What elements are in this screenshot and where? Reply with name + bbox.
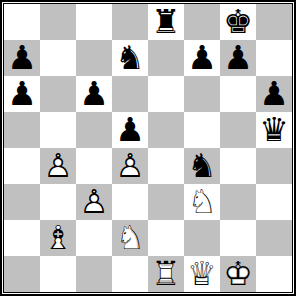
- piece-white-rook: ♜♖: [148, 256, 184, 292]
- square-g1[interactable]: ♚♔: [220, 256, 256, 292]
- square-c2[interactable]: [76, 220, 112, 256]
- square-f1[interactable]: ♛♕: [184, 256, 220, 292]
- square-g8[interactable]: ♚: [220, 4, 256, 40]
- square-c5[interactable]: [76, 112, 112, 148]
- piece-white-pawn: ♟♙: [40, 148, 76, 184]
- piece-black-pawn: ♟: [76, 76, 112, 112]
- piece-solid-layer: ♜: [148, 4, 184, 40]
- square-f7[interactable]: ♟: [184, 40, 220, 76]
- square-d6[interactable]: [112, 76, 148, 112]
- square-a5[interactable]: [4, 112, 40, 148]
- piece-black-pawn: ♟: [256, 76, 292, 112]
- piece-solid-layer: ♟: [256, 76, 292, 112]
- chess-board: ♜♚♟♞♟♟♟♟♟♟♛♟♙♟♙♞♟♙♞♘♝♗♞♘♜♖♛♕♚♔: [4, 4, 292, 292]
- square-c8[interactable]: [76, 4, 112, 40]
- square-d1[interactable]: [112, 256, 148, 292]
- square-b1[interactable]: [40, 256, 76, 292]
- square-h6[interactable]: ♟: [256, 76, 292, 112]
- square-g7[interactable]: ♟: [220, 40, 256, 76]
- square-a6[interactable]: ♟: [4, 76, 40, 112]
- piece-outline-layer: ♙: [112, 148, 148, 184]
- piece-white-pawn: ♟♙: [112, 148, 148, 184]
- square-e5[interactable]: [148, 112, 184, 148]
- chess-board-inner-border: ♜♚♟♞♟♟♟♟♟♟♛♟♙♟♙♞♟♙♞♘♝♗♞♘♜♖♛♕♚♔: [3, 3, 293, 293]
- square-g5[interactable]: [220, 112, 256, 148]
- square-h3[interactable]: [256, 184, 292, 220]
- square-a3[interactable]: [4, 184, 40, 220]
- square-f6[interactable]: [184, 76, 220, 112]
- piece-solid-layer: ♟: [184, 40, 220, 76]
- square-a7[interactable]: ♟: [4, 40, 40, 76]
- square-b7[interactable]: [40, 40, 76, 76]
- square-b8[interactable]: [40, 4, 76, 40]
- square-g3[interactable]: [220, 184, 256, 220]
- piece-black-king: ♚: [220, 4, 256, 40]
- piece-outline-layer: ♘: [184, 184, 220, 220]
- square-c4[interactable]: [76, 148, 112, 184]
- square-h8[interactable]: [256, 4, 292, 40]
- square-b5[interactable]: [40, 112, 76, 148]
- square-h2[interactable]: [256, 220, 292, 256]
- square-h1[interactable]: [256, 256, 292, 292]
- square-c3[interactable]: ♟♙: [76, 184, 112, 220]
- square-c7[interactable]: [76, 40, 112, 76]
- square-e6[interactable]: [148, 76, 184, 112]
- piece-outline-layer: ♙: [76, 184, 112, 220]
- piece-outline-layer: ♖: [148, 256, 184, 292]
- piece-outline-layer: ♙: [40, 148, 76, 184]
- square-f2[interactable]: [184, 220, 220, 256]
- square-e4[interactable]: [148, 148, 184, 184]
- piece-white-king: ♚♔: [220, 256, 256, 292]
- square-e2[interactable]: [148, 220, 184, 256]
- square-g2[interactable]: [220, 220, 256, 256]
- square-d2[interactable]: ♞♘: [112, 220, 148, 256]
- square-f5[interactable]: [184, 112, 220, 148]
- square-f8[interactable]: [184, 4, 220, 40]
- square-d5[interactable]: ♟: [112, 112, 148, 148]
- chess-board-frame: ♜♚♟♞♟♟♟♟♟♟♛♟♙♟♙♞♟♙♞♘♝♗♞♘♜♖♛♕♚♔: [0, 0, 296, 296]
- piece-black-knight: ♞: [112, 40, 148, 76]
- piece-solid-layer: ♟: [76, 76, 112, 112]
- square-b6[interactable]: [40, 76, 76, 112]
- piece-solid-layer: ♟: [4, 76, 40, 112]
- square-g6[interactable]: [220, 76, 256, 112]
- square-b2[interactable]: ♝♗: [40, 220, 76, 256]
- piece-black-queen: ♛: [256, 112, 292, 148]
- square-a1[interactable]: [4, 256, 40, 292]
- piece-black-pawn: ♟: [4, 40, 40, 76]
- square-d4[interactable]: ♟♙: [112, 148, 148, 184]
- square-e8[interactable]: ♜: [148, 4, 184, 40]
- piece-white-knight: ♞♘: [184, 184, 220, 220]
- square-e1[interactable]: ♜♖: [148, 256, 184, 292]
- square-d8[interactable]: [112, 4, 148, 40]
- piece-black-rook: ♜: [148, 4, 184, 40]
- piece-outline-layer: ♕: [184, 256, 220, 292]
- square-h7[interactable]: [256, 40, 292, 76]
- square-c1[interactable]: [76, 256, 112, 292]
- square-a2[interactable]: [4, 220, 40, 256]
- piece-solid-layer: ♟: [112, 112, 148, 148]
- square-h5[interactable]: ♛: [256, 112, 292, 148]
- piece-solid-layer: ♛: [256, 112, 292, 148]
- piece-solid-layer: ♞: [112, 40, 148, 76]
- piece-black-pawn: ♟: [112, 112, 148, 148]
- piece-white-pawn: ♟♙: [76, 184, 112, 220]
- square-f4[interactable]: ♞: [184, 148, 220, 184]
- square-h4[interactable]: [256, 148, 292, 184]
- piece-solid-layer: ♟: [220, 40, 256, 76]
- square-d7[interactable]: ♞: [112, 40, 148, 76]
- square-a8[interactable]: [4, 4, 40, 40]
- piece-outline-layer: ♘: [112, 220, 148, 256]
- square-e3[interactable]: [148, 184, 184, 220]
- piece-outline-layer: ♗: [40, 220, 76, 256]
- square-b3[interactable]: [40, 184, 76, 220]
- piece-solid-layer: ♞: [184, 148, 220, 184]
- square-c6[interactable]: ♟: [76, 76, 112, 112]
- piece-white-bishop: ♝♗: [40, 220, 76, 256]
- square-d3[interactable]: [112, 184, 148, 220]
- piece-black-pawn: ♟: [4, 76, 40, 112]
- piece-black-pawn: ♟: [220, 40, 256, 76]
- square-g4[interactable]: [220, 148, 256, 184]
- piece-black-knight: ♞: [184, 148, 220, 184]
- square-a4[interactable]: [4, 148, 40, 184]
- piece-black-pawn: ♟: [184, 40, 220, 76]
- square-e7[interactable]: [148, 40, 184, 76]
- piece-white-queen: ♛♕: [184, 256, 220, 292]
- piece-white-knight: ♞♘: [112, 220, 148, 256]
- piece-solid-layer: ♟: [4, 40, 40, 76]
- square-b4[interactable]: ♟♙: [40, 148, 76, 184]
- piece-outline-layer: ♔: [220, 256, 256, 292]
- piece-solid-layer: ♚: [220, 4, 256, 40]
- square-f3[interactable]: ♞♘: [184, 184, 220, 220]
